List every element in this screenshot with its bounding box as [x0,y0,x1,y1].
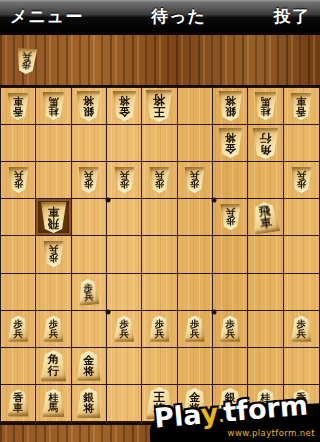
square-3-3[interactable] [213,162,248,199]
square-4-1[interactable] [178,88,213,125]
piece-kanji: 香 [13,106,23,116]
piece-kanji: 兵 [155,171,165,181]
square-7-2[interactable] [72,125,107,162]
square-2-5[interactable] [248,236,283,273]
square-5-6[interactable] [142,274,177,311]
square-6-2[interactable] [107,125,142,162]
piece-silver-gote[interactable]: 銀将 [76,91,101,121]
piece-kanji: 王 [153,106,165,118]
square-8-4[interactable]: 飛車 [36,199,71,236]
piece-kanji: 歩 [190,180,200,190]
square-4-7[interactable]: 歩兵 [178,311,213,348]
piece-kanji: 将 [83,403,94,414]
square-5-9[interactable]: 王将 [142,385,177,422]
square-1-1[interactable]: 香車 [284,88,319,125]
piece-kanji: 香 [296,106,306,116]
square-3-4[interactable]: 歩兵 [213,199,248,236]
square-6-9[interactable] [107,385,142,422]
square-1-9[interactable]: 香車 [284,385,319,422]
square-7-1[interactable]: 銀将 [72,88,107,125]
piece-king-gote[interactable]: 王将 [145,90,173,122]
piece-lance-sente[interactable]: 香車 [7,389,29,416]
square-2-6[interactable] [248,274,283,311]
square-2-4[interactable]: 飛車 [248,199,283,236]
piece-kanji: 金 [119,106,130,117]
piece-kanji: 歩 [155,180,165,190]
piece-knight-gote[interactable]: 桂馬 [254,92,277,120]
piece-kanji: 将 [225,403,236,414]
piece-kanji: 馬 [48,403,58,413]
square-2-7[interactable] [248,311,283,348]
square-3-2[interactable]: 金将 [213,125,248,162]
square-8-6[interactable] [36,274,71,311]
piece-silver-sente[interactable]: 銀将 [218,388,243,418]
piece-lance-gote[interactable]: 香車 [7,93,29,120]
piece-pawn-gote[interactable]: 歩兵 [78,167,99,193]
piece-kanji: 兵 [22,51,32,61]
piece-pawn-sente[interactable]: 歩兵 [43,316,64,342]
square-8-5[interactable]: 歩兵 [36,236,71,273]
square-3-7[interactable]: 歩兵 [213,311,248,348]
square-9-3[interactable]: 歩兵 [1,162,36,199]
square-2-1[interactable]: 桂馬 [248,88,283,125]
piece-kanji: 兵 [13,329,23,339]
piece-kanji: 兵 [190,171,200,181]
square-9-2[interactable] [1,125,36,162]
piece-knight-sente[interactable]: 桂馬 [42,389,65,417]
piece-pawn-gote[interactable]: 歩兵 [291,167,312,193]
piece-pawn-gote[interactable]: 歩兵 [8,167,29,193]
piece-pawn-gote[interactable]: 歩兵 [43,241,64,267]
piece-kanji: 将 [83,95,94,106]
hoshi-dot [212,198,217,203]
piece-kanji: 馬 [48,96,58,106]
square-2-3[interactable] [248,162,283,199]
square-6-8[interactable] [107,348,142,385]
piece-kanji: 歩 [225,217,235,227]
piece-kanji: 兵 [225,329,235,339]
square-4-9[interactable]: 金将 [178,385,213,422]
square-3-6[interactable] [213,274,248,311]
square-4-4[interactable] [178,199,213,236]
square-6-6[interactable] [107,274,142,311]
piece-kanji: 歩 [49,254,59,264]
square-1-6[interactable] [284,274,319,311]
piece-kanji: 馬 [260,96,270,106]
piece-kanji: 将 [225,132,236,143]
square-5-7[interactable]: 歩兵 [142,311,177,348]
square-5-5[interactable] [142,236,177,273]
square-6-5[interactable] [107,236,142,273]
piece-kanji: 兵 [119,329,129,339]
square-8-3[interactable] [36,162,71,199]
square-1-4[interactable] [284,199,319,236]
piece-pawn-sente[interactable]: 歩兵 [184,316,205,342]
hoshi-dot [212,310,217,315]
piece-bishop-sente[interactable]: 角行 [40,350,67,381]
piece-kanji: 兵 [155,329,165,339]
piece-kanji: 兵 [119,171,129,181]
piece-pawn-sente[interactable]: 歩兵 [291,316,312,342]
piece-king-sente[interactable]: 王将 [145,387,173,419]
square-7-6[interactable]: 歩兵 [72,274,107,311]
piece-kanji: 歩 [119,180,129,190]
square-4-2[interactable] [178,125,213,162]
piece-kanji: 歩 [13,180,23,190]
piece-knight-sente[interactable]: 桂馬 [254,389,277,417]
menu-bar: メニュー 待った 投了 [0,0,320,32]
square-5-2[interactable] [142,125,177,162]
piece-kanji: 兵 [190,329,200,339]
sente-komadai [0,423,320,442]
piece-pawn-sente[interactable]: 歩兵 [220,316,241,342]
piece-kanji: 金 [225,143,236,154]
menu-button[interactable]: メニュー [10,5,83,28]
square-6-3[interactable]: 歩兵 [107,162,142,199]
square-9-7[interactable]: 歩兵 [1,311,36,348]
piece-kanji: 車 [48,206,60,218]
square-7-5[interactable] [72,236,107,273]
piece-kanji: 桂 [48,106,58,116]
piece-silver-gote[interactable]: 銀将 [218,91,243,121]
square-7-8[interactable]: 金将 [72,348,107,385]
piece-pawn-gote[interactable]: 歩兵 [184,167,205,193]
piece-pawn-gote[interactable]: 歩兵 [220,204,241,230]
square-3-1[interactable]: 銀将 [213,88,248,125]
square-8-2[interactable] [36,125,71,162]
square-1-3[interactable]: 歩兵 [284,162,319,199]
square-4-5[interactable] [178,236,213,273]
piece-kanji: 兵 [49,245,59,255]
square-3-9[interactable]: 銀将 [213,385,248,422]
square-2-2[interactable]: 角行 [248,125,283,162]
square-9-6[interactable] [1,274,36,311]
piece-kanji: 車 [13,96,23,106]
square-2-9[interactable]: 桂馬 [248,385,283,422]
square-9-5[interactable] [1,236,36,273]
hoshi-dot [105,198,110,203]
square-1-8[interactable] [284,348,319,385]
square-9-8[interactable] [1,348,36,385]
piece-pawn-gote[interactable]: 歩兵 [114,167,135,193]
piece-kanji: 車 [13,403,23,413]
piece-pawn-sente[interactable]: 歩兵 [77,278,100,305]
piece-gold-sente[interactable]: 金将 [76,351,101,381]
square-5-1[interactable]: 王将 [142,88,177,125]
piece-pawn-sente[interactable]: 歩兵 [149,316,170,342]
piece-pawn-sente[interactable]: 歩兵 [114,316,135,342]
piece-gold-gote[interactable]: 金将 [112,91,137,121]
hoshi-dot [105,310,110,315]
square-4-8[interactable] [178,348,213,385]
piece-bishop-gote[interactable]: 角行 [252,128,279,159]
piece-kanji: 桂 [260,106,270,116]
piece-lance-sente[interactable]: 香車 [290,389,312,416]
gote-komadai: 歩兵 [0,32,320,87]
piece-kanji: 兵 [297,171,307,181]
piece-pawn-gote[interactable]: 歩兵 [149,167,170,193]
square-5-3[interactable]: 歩兵 [142,162,177,199]
piece-kanji: 銀 [83,106,94,117]
square-3-5[interactable] [213,236,248,273]
piece-rook-sente[interactable]: 飛車 [250,200,281,234]
square-3-8[interactable] [213,348,248,385]
piece-kanji: 行 [48,366,60,378]
resign-button[interactable]: 投了 [274,5,310,28]
square-9-1[interactable]: 香車 [1,88,36,125]
square-6-4[interactable] [107,199,142,236]
piece-kanji: 兵 [225,208,235,218]
piece-kanji: 車 [296,96,306,106]
piece-pawn-sente[interactable]: 歩兵 [8,316,29,342]
square-7-9[interactable]: 銀将 [72,385,107,422]
piece-kanji: 馬 [260,403,270,413]
square-4-6[interactable] [178,274,213,311]
square-7-7[interactable] [72,311,107,348]
square-1-2[interactable] [284,125,319,162]
piece-kanji: 将 [153,403,165,415]
shogi-board: 香車桂馬銀将金将王将銀将桂馬香車金将角行歩兵歩兵歩兵歩兵歩兵歩兵飛車歩兵飛車歩兵… [0,87,320,423]
square-8-9[interactable]: 桂馬 [36,385,71,422]
piece-knight-gote[interactable]: 桂馬 [42,92,65,120]
square-9-9[interactable]: 香車 [1,385,36,422]
piece-kanji: 兵 [13,171,23,181]
piece-kanji: 兵 [49,329,59,339]
shogi-app-screen: メニュー 待った 投了 歩兵 香車桂馬銀将金将王将銀将桂馬香車金将角行歩兵歩兵歩… [0,0,320,442]
square-2-8[interactable] [248,348,283,385]
square-5-8[interactable] [142,348,177,385]
piece-kanji: 車 [296,403,306,413]
square-8-7[interactable]: 歩兵 [36,311,71,348]
square-6-1[interactable]: 金将 [107,88,142,125]
piece-kanji: 兵 [84,291,94,301]
square-7-3[interactable]: 歩兵 [72,162,107,199]
square-8-1[interactable]: 桂馬 [36,88,71,125]
piece-lance-gote[interactable]: 香車 [290,93,312,120]
piece-rook-gote[interactable]: 飛車 [40,202,67,233]
piece-kanji: 歩 [84,180,94,190]
square-1-5[interactable] [284,236,319,273]
piece-kanji: 飛 [48,217,60,229]
piece-gold-gote[interactable]: 金将 [218,128,243,158]
piece-kanji: 将 [225,95,236,106]
square-5-4[interactable] [142,199,177,236]
piece-kanji: 兵 [84,171,94,181]
piece-kanji: 将 [119,95,130,106]
piece-silver-sente[interactable]: 銀将 [76,388,101,418]
piece-kanji: 銀 [225,106,236,117]
piece-kanji: 将 [83,366,94,377]
undo-button[interactable]: 待った [151,5,206,28]
square-4-3[interactable]: 歩兵 [178,162,213,199]
piece-kanji: 行 [260,132,272,144]
piece-kanji: 将 [153,94,165,106]
square-9-4[interactable] [1,199,36,236]
piece-kanji: 将 [189,403,200,414]
piece-kanji: 車 [260,217,273,230]
piece-kanji: 歩 [297,180,307,190]
square-7-4[interactable] [72,199,107,236]
square-1-7[interactable]: 歩兵 [284,311,319,348]
piece-gold-sente[interactable]: 金将 [182,388,207,418]
square-8-8[interactable]: 角行 [36,348,71,385]
square-6-7[interactable]: 歩兵 [107,311,142,348]
piece-pawn-gote[interactable]: 歩兵 [15,47,38,74]
piece-kanji: 兵 [297,329,307,339]
